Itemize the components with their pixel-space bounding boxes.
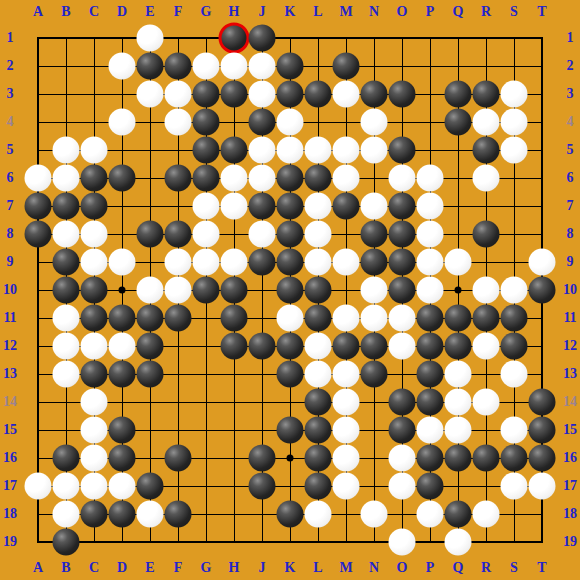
column-label-bottom-M: M <box>339 561 352 575</box>
white-stone-F9 <box>165 249 192 276</box>
black-stone-T10 <box>529 277 556 304</box>
black-stone-M12 <box>333 333 360 360</box>
white-stone-G7 <box>193 193 220 220</box>
row-label-left-7: 7 <box>7 199 14 213</box>
white-stone-O6 <box>389 165 416 192</box>
white-stone-B6 <box>53 165 80 192</box>
black-stone-E13 <box>137 361 164 388</box>
white-stone-L12 <box>305 333 332 360</box>
white-stone-H9 <box>221 249 248 276</box>
row-label-right-7: 7 <box>567 199 574 213</box>
row-label-right-4: 4 <box>567 115 574 129</box>
black-stone-J17 <box>249 473 276 500</box>
white-stone-S3 <box>501 81 528 108</box>
column-label-top-S: S <box>510 5 518 19</box>
black-stone-H12 <box>221 333 248 360</box>
black-stone-Q4 <box>445 109 472 136</box>
black-stone-E8 <box>137 221 164 248</box>
row-label-left-14: 14 <box>3 395 17 409</box>
black-stone-O5 <box>389 137 416 164</box>
white-stone-P15 <box>417 417 444 444</box>
white-stone-R10 <box>473 277 500 304</box>
white-stone-S15 <box>501 417 528 444</box>
white-stone-R14 <box>473 389 500 416</box>
column-label-bottom-C: C <box>89 561 99 575</box>
white-stone-H2 <box>221 53 248 80</box>
white-stone-G2 <box>193 53 220 80</box>
column-label-top-P: P <box>426 5 435 19</box>
column-label-top-M: M <box>339 5 352 19</box>
white-stone-P9 <box>417 249 444 276</box>
column-label-top-L: L <box>313 5 322 19</box>
black-stone-L11 <box>305 305 332 332</box>
white-stone-P8 <box>417 221 444 248</box>
white-stone-M6 <box>333 165 360 192</box>
white-stone-S4 <box>501 109 528 136</box>
white-stone-C9 <box>81 249 108 276</box>
black-stone-K15 <box>277 417 304 444</box>
row-label-left-2: 2 <box>7 59 14 73</box>
row-label-left-13: 13 <box>3 367 17 381</box>
black-stone-F2 <box>165 53 192 80</box>
white-stone-M9 <box>333 249 360 276</box>
row-label-right-11: 11 <box>563 311 576 325</box>
star-point-K16 <box>287 455 294 462</box>
black-stone-H3 <box>221 81 248 108</box>
black-stone-P12 <box>417 333 444 360</box>
white-stone-M5 <box>333 137 360 164</box>
column-label-bottom-H: H <box>229 561 240 575</box>
column-label-top-O: O <box>397 5 408 19</box>
black-stone-K9 <box>277 249 304 276</box>
black-stone-F18 <box>165 501 192 528</box>
white-stone-L13 <box>305 361 332 388</box>
white-stone-O17 <box>389 473 416 500</box>
row-label-left-12: 12 <box>3 339 17 353</box>
column-label-bottom-R: R <box>481 561 491 575</box>
white-stone-P6 <box>417 165 444 192</box>
white-stone-J3 <box>249 81 276 108</box>
go-board-screen: AABBCCDDEEFFGGHHJJKKLLMMNNOOPPQQRRSSTT11… <box>0 0 580 580</box>
white-stone-M15 <box>333 417 360 444</box>
black-stone-H11 <box>221 305 248 332</box>
column-label-bottom-K: K <box>285 561 296 575</box>
black-stone-N8 <box>361 221 388 248</box>
row-label-right-10: 10 <box>563 283 577 297</box>
black-stone-G10 <box>193 277 220 304</box>
white-stone-P7 <box>417 193 444 220</box>
black-stone-L10 <box>305 277 332 304</box>
white-stone-N18 <box>361 501 388 528</box>
white-stone-C8 <box>81 221 108 248</box>
black-stone-J1 <box>249 25 276 52</box>
black-stone-O7 <box>389 193 416 220</box>
row-label-left-17: 17 <box>3 479 17 493</box>
black-stone-Q16 <box>445 445 472 472</box>
row-label-right-19: 19 <box>563 535 577 549</box>
black-stone-C11 <box>81 305 108 332</box>
black-stone-C18 <box>81 501 108 528</box>
column-label-top-F: F <box>174 5 183 19</box>
white-stone-M11 <box>333 305 360 332</box>
white-stone-L18 <box>305 501 332 528</box>
black-stone-B16 <box>53 445 80 472</box>
column-label-top-A: A <box>33 5 43 19</box>
row-label-right-16: 16 <box>563 451 577 465</box>
column-label-bottom-D: D <box>117 561 127 575</box>
white-stone-K5 <box>277 137 304 164</box>
star-point-D10 <box>119 287 126 294</box>
black-stone-K2 <box>277 53 304 80</box>
row-label-right-13: 13 <box>563 367 577 381</box>
black-stone-F16 <box>165 445 192 472</box>
row-label-right-12: 12 <box>563 339 577 353</box>
black-stone-Q11 <box>445 305 472 332</box>
white-stone-H7 <box>221 193 248 220</box>
white-stone-R6 <box>473 165 500 192</box>
white-stone-F10 <box>165 277 192 304</box>
white-stone-F4 <box>165 109 192 136</box>
black-stone-C10 <box>81 277 108 304</box>
black-stone-A8 <box>25 221 52 248</box>
black-stone-A7 <box>25 193 52 220</box>
white-stone-S17 <box>501 473 528 500</box>
black-stone-O10 <box>389 277 416 304</box>
black-stone-E11 <box>137 305 164 332</box>
black-stone-T16 <box>529 445 556 472</box>
black-stone-B10 <box>53 277 80 304</box>
white-stone-O19 <box>389 529 416 556</box>
white-stone-M13 <box>333 361 360 388</box>
black-stone-H10 <box>221 277 248 304</box>
white-stone-C15 <box>81 417 108 444</box>
white-stone-Q15 <box>445 417 472 444</box>
black-stone-L15 <box>305 417 332 444</box>
white-stone-C5 <box>81 137 108 164</box>
black-stone-L16 <box>305 445 332 472</box>
black-stone-S16 <box>501 445 528 472</box>
white-stone-C16 <box>81 445 108 472</box>
row-label-left-3: 3 <box>7 87 14 101</box>
black-stone-K18 <box>277 501 304 528</box>
white-stone-S10 <box>501 277 528 304</box>
column-label-bottom-O: O <box>397 561 408 575</box>
white-stone-R12 <box>473 333 500 360</box>
white-stone-T17 <box>529 473 556 500</box>
row-label-left-16: 16 <box>3 451 17 465</box>
white-stone-L8 <box>305 221 332 248</box>
column-label-top-E: E <box>145 5 154 19</box>
black-stone-G3 <box>193 81 220 108</box>
black-stone-M2 <box>333 53 360 80</box>
black-stone-P14 <box>417 389 444 416</box>
black-stone-L3 <box>305 81 332 108</box>
black-stone-N13 <box>361 361 388 388</box>
column-label-top-G: G <box>201 5 212 19</box>
white-stone-R4 <box>473 109 500 136</box>
black-stone-C7 <box>81 193 108 220</box>
white-stone-F3 <box>165 81 192 108</box>
black-stone-J9 <box>249 249 276 276</box>
white-stone-M14 <box>333 389 360 416</box>
white-stone-M17 <box>333 473 360 500</box>
row-label-left-1: 1 <box>7 31 14 45</box>
black-stone-L17 <box>305 473 332 500</box>
black-stone-C6 <box>81 165 108 192</box>
black-stone-O3 <box>389 81 416 108</box>
white-stone-N4 <box>361 109 388 136</box>
white-stone-O11 <box>389 305 416 332</box>
black-stone-D11 <box>109 305 136 332</box>
white-stone-D17 <box>109 473 136 500</box>
white-stone-O12 <box>389 333 416 360</box>
row-label-left-5: 5 <box>7 143 14 157</box>
column-label-bottom-G: G <box>201 561 212 575</box>
white-stone-M16 <box>333 445 360 472</box>
black-stone-K8 <box>277 221 304 248</box>
black-stone-L14 <box>305 389 332 416</box>
white-stone-D12 <box>109 333 136 360</box>
column-label-bottom-L: L <box>313 561 322 575</box>
white-stone-C12 <box>81 333 108 360</box>
white-stone-G8 <box>193 221 220 248</box>
black-stone-Q18 <box>445 501 472 528</box>
white-stone-D9 <box>109 249 136 276</box>
white-stone-Q14 <box>445 389 472 416</box>
white-stone-M3 <box>333 81 360 108</box>
last-move-marker <box>219 23 250 54</box>
column-label-top-K: K <box>285 5 296 19</box>
column-label-bottom-B: B <box>61 561 70 575</box>
black-stone-N9 <box>361 249 388 276</box>
white-stone-G9 <box>193 249 220 276</box>
column-label-bottom-A: A <box>33 561 43 575</box>
white-stone-T9 <box>529 249 556 276</box>
star-point-Q10 <box>455 287 462 294</box>
black-stone-B9 <box>53 249 80 276</box>
white-stone-B17 <box>53 473 80 500</box>
white-stone-Q9 <box>445 249 472 276</box>
column-label-bottom-J: J <box>259 561 266 575</box>
black-stone-Q12 <box>445 333 472 360</box>
black-stone-J12 <box>249 333 276 360</box>
white-stone-E18 <box>137 501 164 528</box>
row-label-right-5: 5 <box>567 143 574 157</box>
black-stone-J16 <box>249 445 276 472</box>
white-stone-P10 <box>417 277 444 304</box>
black-stone-D6 <box>109 165 136 192</box>
column-label-top-B: B <box>61 5 70 19</box>
column-label-bottom-N: N <box>369 561 379 575</box>
black-stone-D18 <box>109 501 136 528</box>
black-stone-O15 <box>389 417 416 444</box>
black-stone-E12 <box>137 333 164 360</box>
row-label-left-8: 8 <box>7 227 14 241</box>
black-stone-R5 <box>473 137 500 164</box>
row-label-right-1: 1 <box>567 31 574 45</box>
white-stone-J5 <box>249 137 276 164</box>
black-stone-P16 <box>417 445 444 472</box>
white-stone-E10 <box>137 277 164 304</box>
row-label-right-15: 15 <box>563 423 577 437</box>
row-label-left-6: 6 <box>7 171 14 185</box>
column-label-bottom-P: P <box>426 561 435 575</box>
black-stone-T15 <box>529 417 556 444</box>
black-stone-K6 <box>277 165 304 192</box>
black-stone-M7 <box>333 193 360 220</box>
white-stone-E1 <box>137 25 164 52</box>
column-label-top-R: R <box>481 5 491 19</box>
white-stone-D4 <box>109 109 136 136</box>
column-label-bottom-E: E <box>145 561 154 575</box>
black-stone-G5 <box>193 137 220 164</box>
black-stone-R16 <box>473 445 500 472</box>
black-stone-H5 <box>221 137 248 164</box>
white-stone-J8 <box>249 221 276 248</box>
black-stone-G6 <box>193 165 220 192</box>
white-stone-B18 <box>53 501 80 528</box>
row-label-right-17: 17 <box>563 479 577 493</box>
white-stone-B12 <box>53 333 80 360</box>
white-stone-B5 <box>53 137 80 164</box>
black-stone-J7 <box>249 193 276 220</box>
column-label-bottom-T: T <box>537 561 546 575</box>
black-stone-O8 <box>389 221 416 248</box>
row-label-right-18: 18 <box>563 507 577 521</box>
row-label-right-9: 9 <box>567 255 574 269</box>
black-stone-N3 <box>361 81 388 108</box>
white-stone-L9 <box>305 249 332 276</box>
white-stone-N10 <box>361 277 388 304</box>
black-stone-F8 <box>165 221 192 248</box>
row-label-left-18: 18 <box>3 507 17 521</box>
column-label-top-N: N <box>369 5 379 19</box>
row-label-right-3: 3 <box>567 87 574 101</box>
black-stone-F6 <box>165 165 192 192</box>
white-stone-R18 <box>473 501 500 528</box>
white-stone-A6 <box>25 165 52 192</box>
black-stone-E2 <box>137 53 164 80</box>
black-stone-R8 <box>473 221 500 248</box>
black-stone-F11 <box>165 305 192 332</box>
white-stone-S13 <box>501 361 528 388</box>
white-stone-L7 <box>305 193 332 220</box>
black-stone-B7 <box>53 193 80 220</box>
column-label-bottom-F: F <box>174 561 183 575</box>
white-stone-B8 <box>53 221 80 248</box>
white-stone-O16 <box>389 445 416 472</box>
black-stone-K12 <box>277 333 304 360</box>
black-stone-O14 <box>389 389 416 416</box>
column-label-top-H: H <box>229 5 240 19</box>
black-stone-P11 <box>417 305 444 332</box>
column-label-top-J: J <box>259 5 266 19</box>
black-stone-L6 <box>305 165 332 192</box>
black-stone-R11 <box>473 305 500 332</box>
white-stone-B11 <box>53 305 80 332</box>
row-label-right-14: 14 <box>563 395 577 409</box>
white-stone-E3 <box>137 81 164 108</box>
white-stone-D2 <box>109 53 136 80</box>
black-stone-K7 <box>277 193 304 220</box>
row-label-left-19: 19 <box>3 535 17 549</box>
black-stone-S11 <box>501 305 528 332</box>
black-stone-H1 <box>221 25 248 52</box>
white-stone-K4 <box>277 109 304 136</box>
black-stone-D16 <box>109 445 136 472</box>
black-stone-C13 <box>81 361 108 388</box>
black-stone-N12 <box>361 333 388 360</box>
white-stone-J2 <box>249 53 276 80</box>
black-stone-D15 <box>109 417 136 444</box>
white-stone-C14 <box>81 389 108 416</box>
row-label-right-2: 2 <box>567 59 574 73</box>
white-stone-B13 <box>53 361 80 388</box>
row-label-right-6: 6 <box>567 171 574 185</box>
column-label-top-T: T <box>537 5 546 19</box>
black-stone-B19 <box>53 529 80 556</box>
row-label-left-9: 9 <box>7 255 14 269</box>
white-stone-A17 <box>25 473 52 500</box>
row-label-left-4: 4 <box>7 115 14 129</box>
white-stone-Q13 <box>445 361 472 388</box>
column-label-top-D: D <box>117 5 127 19</box>
black-stone-J4 <box>249 109 276 136</box>
row-label-left-11: 11 <box>3 311 16 325</box>
black-stone-G4 <box>193 109 220 136</box>
black-stone-T14 <box>529 389 556 416</box>
white-stone-N7 <box>361 193 388 220</box>
column-label-bottom-Q: Q <box>453 561 464 575</box>
column-label-top-C: C <box>89 5 99 19</box>
black-stone-R3 <box>473 81 500 108</box>
white-stone-H6 <box>221 165 248 192</box>
column-label-bottom-S: S <box>510 561 518 575</box>
row-label-left-10: 10 <box>3 283 17 297</box>
black-stone-Q3 <box>445 81 472 108</box>
white-stone-J6 <box>249 165 276 192</box>
white-stone-Q19 <box>445 529 472 556</box>
black-stone-K10 <box>277 277 304 304</box>
white-stone-L5 <box>305 137 332 164</box>
white-stone-P18 <box>417 501 444 528</box>
black-stone-O9 <box>389 249 416 276</box>
white-stone-N11 <box>361 305 388 332</box>
row-label-right-8: 8 <box>567 227 574 241</box>
white-stone-N5 <box>361 137 388 164</box>
white-stone-C17 <box>81 473 108 500</box>
black-stone-K13 <box>277 361 304 388</box>
black-stone-D13 <box>109 361 136 388</box>
black-stone-E17 <box>137 473 164 500</box>
white-stone-K11 <box>277 305 304 332</box>
white-stone-S5 <box>501 137 528 164</box>
black-stone-P13 <box>417 361 444 388</box>
column-label-top-Q: Q <box>453 5 464 19</box>
black-stone-S12 <box>501 333 528 360</box>
black-stone-P17 <box>417 473 444 500</box>
row-label-left-15: 15 <box>3 423 17 437</box>
black-stone-K3 <box>277 81 304 108</box>
